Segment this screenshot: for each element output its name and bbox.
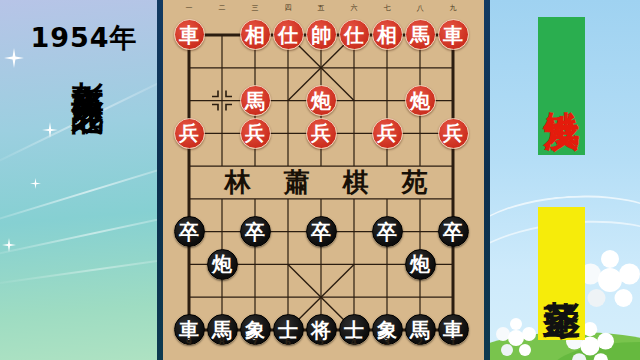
board-point-r4c3: [272, 150, 305, 183]
flower-icon: [598, 268, 622, 292]
board-point-r1c4: [305, 51, 338, 84]
board-point-r6c7: [404, 215, 437, 248]
red-piece-仕[interactable]: 仕: [273, 19, 304, 50]
board-point-r7c0: [173, 248, 206, 281]
board-point-r8c8: [437, 281, 470, 314]
black-piece-卒[interactable]: 卒: [240, 216, 271, 247]
board-point-r0c1: [206, 19, 239, 52]
column-label-bottom: 5: [305, 337, 338, 347]
board-point-r7c6: [371, 248, 404, 281]
board-point-r6c1: [206, 215, 239, 248]
board-point-r7c7: 炮: [404, 248, 437, 281]
board-point-r1c3: [272, 51, 305, 84]
board-point-r5c4: [305, 182, 338, 215]
board-point-r0c5: 仕: [338, 19, 371, 52]
red-piece-兵[interactable]: 兵: [306, 118, 337, 149]
board-point-r2c6: [371, 84, 404, 117]
board-point-r0c0: 車: [173, 19, 206, 52]
board-point-r0c7: 馬: [404, 19, 437, 52]
board-point-r4c8: [437, 150, 470, 183]
board-point-r5c5: [338, 182, 371, 215]
red-piece-相[interactable]: 相: [372, 19, 403, 50]
caption-title-vertical: 彭高棋让两先之战: [72, 56, 104, 80]
right-background: 钱洪发 彭述圣: [490, 0, 640, 360]
board-point-r3c8: 兵: [437, 117, 470, 150]
column-label-bottom: 2: [404, 337, 437, 347]
column-label-top: 八: [404, 3, 437, 13]
board-point-r3c2: 兵: [239, 117, 272, 150]
board-point-r7c1: 炮: [206, 248, 239, 281]
board-point-r4c6: [371, 150, 404, 183]
board-point-r4c1: [206, 150, 239, 183]
board-point-r2c0: [173, 84, 206, 117]
red-piece-炮[interactable]: 炮: [405, 85, 436, 116]
light-streak: [0, 206, 157, 260]
board-point-r6c4: 卒: [305, 215, 338, 248]
light-streak: [0, 251, 157, 286]
red-piece-車[interactable]: 車: [174, 19, 205, 50]
red-piece-馬[interactable]: 馬: [240, 85, 271, 116]
board-point-r0c8: 車: [437, 19, 470, 52]
board-point-r8c3: [272, 281, 305, 314]
red-piece-兵[interactable]: 兵: [438, 118, 469, 149]
board-point-r5c2: [239, 182, 272, 215]
board: 車相仕帥仕相馬車馬炮炮兵兵兵兵兵卒卒卒卒卒炮炮車馬象士将士象馬車: [173, 19, 470, 347]
board-point-r1c6: [371, 51, 404, 84]
red-piece-兵[interactable]: 兵: [372, 118, 403, 149]
red-piece-仕[interactable]: 仕: [339, 19, 370, 50]
board-point-r3c0: 兵: [173, 117, 206, 150]
board-point-r7c5: [338, 248, 371, 281]
board-point-r6c3: [272, 215, 305, 248]
black-piece-卒[interactable]: 卒: [174, 216, 205, 247]
board-point-r6c2: 卒: [239, 215, 272, 248]
red-piece-帥[interactable]: 帥: [306, 19, 337, 50]
flower-icon: [508, 330, 524, 346]
board-point-r4c7: [404, 150, 437, 183]
board-point-r6c6: 卒: [371, 215, 404, 248]
sparkle-star-icon: [42, 122, 58, 138]
board-point-r2c1: [206, 84, 239, 117]
board-point-r0c4: 帥: [305, 19, 338, 52]
red-piece-兵[interactable]: 兵: [240, 118, 271, 149]
board-point-r1c5: [338, 51, 371, 84]
board-point-r1c0: [173, 51, 206, 84]
board-point-r4c5: [338, 150, 371, 183]
board-point-r0c6: 相: [371, 19, 404, 52]
light-streak: [0, 152, 157, 230]
player-name-black: 彭述圣: [543, 271, 580, 277]
left-background: 1954年 彭高棋让两先之战: [0, 0, 157, 360]
column-label-bottom: 6: [272, 337, 305, 347]
column-label-top: 六: [338, 3, 371, 13]
board-point-r1c7: [404, 51, 437, 84]
board-point-r3c4: 兵: [305, 117, 338, 150]
board-point-r2c2: 馬: [239, 84, 272, 117]
board-point-r0c3: 仕: [272, 19, 305, 52]
board-point-r7c4: [305, 248, 338, 281]
column-label-top: 三: [239, 3, 272, 13]
board-point-r0c2: 相: [239, 19, 272, 52]
board-point-r4c4: [305, 150, 338, 183]
black-piece-卒[interactable]: 卒: [372, 216, 403, 247]
bottom-coordinates: 987654321: [173, 337, 470, 347]
board-point-r5c6: [371, 182, 404, 215]
board-point-r2c8: [437, 84, 470, 117]
column-label-bottom: 1: [437, 337, 470, 347]
board-point-r8c6: [371, 281, 404, 314]
board-point-r7c3: [272, 248, 305, 281]
board-point-r8c1: [206, 281, 239, 314]
column-label-bottom: 3: [371, 337, 404, 347]
screenshot-root: 1954年 彭高棋让两先之战 一二三四五六七八九 林蕭棋苑 車相仕帥仕相馬車馬炮…: [0, 0, 640, 360]
board-point-r3c3: [272, 117, 305, 150]
caption-year: 1954年: [18, 20, 150, 56]
black-piece-卒[interactable]: 卒: [306, 216, 337, 247]
player-plate-red: 钱洪发: [538, 17, 585, 155]
black-piece-炮[interactable]: 炮: [207, 249, 238, 280]
red-piece-馬[interactable]: 馬: [405, 19, 436, 50]
column-label-bottom: 8: [206, 337, 239, 347]
red-piece-兵[interactable]: 兵: [174, 118, 205, 149]
board-point-r3c1: [206, 117, 239, 150]
board-point-r6c0: 卒: [173, 215, 206, 248]
column-label-bottom: 4: [338, 337, 371, 347]
board-point-r4c2: [239, 150, 272, 183]
board-point-r8c5: [338, 281, 371, 314]
red-piece-車[interactable]: 車: [438, 19, 469, 50]
column-label-top: 七: [371, 3, 404, 13]
board-point-r5c1: [206, 182, 239, 215]
red-piece-炮[interactable]: 炮: [306, 85, 337, 116]
board-point-r3c6: 兵: [371, 117, 404, 150]
black-piece-炮[interactable]: 炮: [405, 249, 436, 280]
board-point-r7c8: [437, 248, 470, 281]
sparkle-star-icon: [30, 178, 41, 189]
board-point-r8c2: [239, 281, 272, 314]
black-piece-卒[interactable]: 卒: [438, 216, 469, 247]
column-label-top: 四: [272, 3, 305, 13]
light-streak: [0, 68, 157, 171]
board-point-r2c5: [338, 84, 371, 117]
board-point-r8c7: [404, 281, 437, 314]
top-coordinates: 一二三四五六七八九: [173, 3, 470, 13]
board-point-r6c5: [338, 215, 371, 248]
board-point-r1c1: [206, 51, 239, 84]
column-label-bottom: 9: [173, 337, 206, 347]
column-label-top: 五: [305, 3, 338, 13]
board-point-r3c5: [338, 117, 371, 150]
board-point-r2c4: 炮: [305, 84, 338, 117]
board-point-r8c4: [305, 281, 338, 314]
board-point-r7c2: [239, 248, 272, 281]
player-name-red: 钱洪发: [544, 83, 580, 89]
board-point-r5c0: [173, 182, 206, 215]
board-point-r2c3: [272, 84, 305, 117]
player-plate-black: 彭述圣: [538, 207, 585, 340]
column-label-bottom: 7: [239, 337, 272, 347]
board-point-r6c8: 卒: [437, 215, 470, 248]
board-point-r1c8: [437, 51, 470, 84]
xiangqi-board-panel: 一二三四五六七八九 林蕭棋苑 車相仕帥仕相馬車馬炮炮兵兵兵兵兵卒卒卒卒卒炮炮車馬…: [163, 0, 484, 360]
board-point-r5c7: [404, 182, 437, 215]
red-piece-相[interactable]: 相: [240, 19, 271, 50]
board-point-r3c7: [404, 117, 437, 150]
board-point-r8c0: [173, 281, 206, 314]
board-point-r5c3: [272, 182, 305, 215]
board-point-r5c8: [437, 182, 470, 215]
column-label-top: 九: [437, 3, 470, 13]
board-point-r2c7: 炮: [404, 84, 437, 117]
board-point-r4c0: [173, 150, 206, 183]
column-label-top: 一: [173, 3, 206, 13]
column-label-top: 二: [206, 3, 239, 13]
board-point-r1c2: [239, 51, 272, 84]
